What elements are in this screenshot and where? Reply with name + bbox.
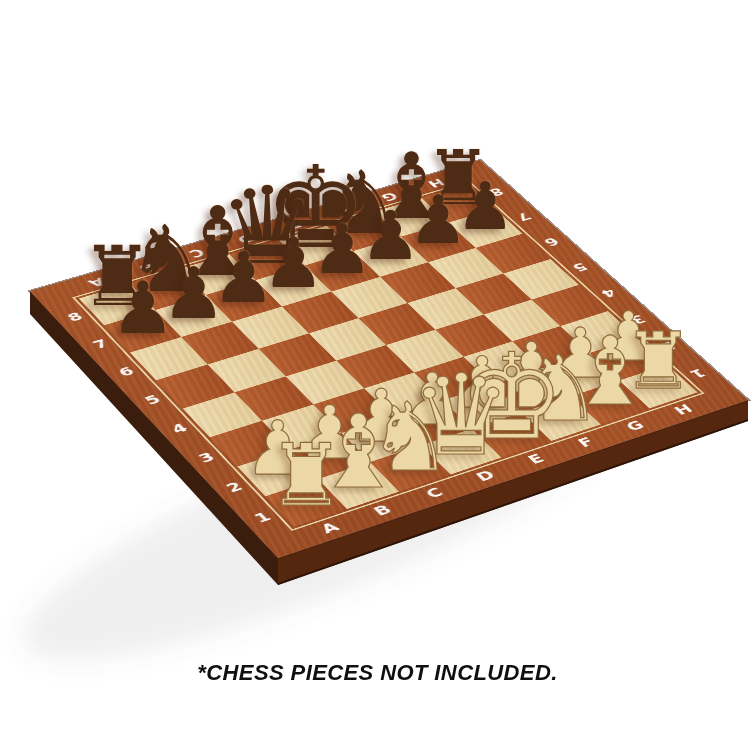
- file-label-d-bottom: D: [473, 468, 498, 483]
- rank-label-1-right: 1: [687, 367, 709, 380]
- rank-label-7-right: 7: [513, 211, 534, 223]
- file-label-h-bottom: H: [671, 402, 696, 416]
- caption: *CHESS PIECES NOT INCLUDED.: [0, 660, 755, 686]
- file-label-c-bottom: C: [423, 485, 446, 500]
- product-photo: AABBCCDDEEFFGGHH1122334455667788 ♜♝♟♞♟♚♟…: [0, 0, 755, 755]
- file-label-e-bottom: E: [525, 452, 547, 466]
- rank-label-1-left: 1: [251, 510, 274, 525]
- file-label-a-bottom: A: [318, 520, 342, 535]
- file-label-f-top: F: [332, 205, 352, 217]
- rank-label-3-right: 3: [627, 313, 649, 326]
- rank-label-2-left: 2: [223, 480, 246, 494]
- rank-label-4-left: 4: [168, 421, 190, 435]
- rank-label-4-right: 4: [598, 287, 619, 299]
- file-label-a-top: A: [85, 276, 107, 289]
- file-label-b-top: B: [136, 261, 158, 274]
- rank-label-5-right: 5: [569, 261, 590, 273]
- rank-label-3-left: 3: [195, 450, 217, 464]
- rank-label-8-right: 8: [486, 186, 507, 198]
- file-label-b-bottom: B: [370, 503, 394, 518]
- rank-label-5-left: 5: [142, 393, 164, 407]
- rank-label-7-left: 7: [90, 337, 111, 350]
- file-label-h-top: H: [425, 177, 448, 189]
- file-label-c-top: C: [186, 247, 207, 259]
- file-label-e-top: E: [284, 219, 304, 231]
- file-label-g-top: G: [378, 191, 400, 203]
- rank-label-6-left: 6: [115, 365, 137, 378]
- file-label-g-bottom: G: [623, 418, 647, 432]
- rank-label-6-right: 6: [541, 236, 562, 248]
- rank-label-2-right: 2: [656, 340, 678, 353]
- rank-label-8-left: 8: [64, 310, 85, 323]
- file-label-f-bottom: F: [575, 435, 597, 449]
